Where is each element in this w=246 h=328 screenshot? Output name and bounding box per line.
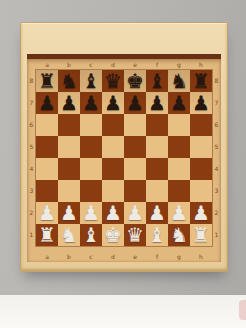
chessboard-face: abcdefgh 87654321 ♜♞♝♛♚♝♞♜♟♟♟♟♟♟♟♟♟♟♟♟♟♟…	[27, 54, 221, 262]
square-h4[interactable]	[190, 158, 212, 180]
rank-label-8: 8	[212, 70, 221, 92]
pink-object-edge	[239, 300, 246, 320]
square-h3[interactable]	[190, 180, 212, 202]
piece-black-rook: ♜	[36, 70, 58, 92]
square-b3[interactable]	[58, 180, 80, 202]
piece-white-bishop: ♝	[80, 224, 102, 246]
rank-label-5: 5	[27, 136, 36, 158]
piece-black-pawn: ♟	[190, 92, 212, 114]
piece-white-pawn: ♟	[124, 202, 146, 224]
square-e7[interactable]: ♟	[124, 92, 146, 114]
piece-white-king: ♚	[102, 224, 124, 246]
piece-white-pawn: ♟	[58, 202, 80, 224]
file-label-h: h	[190, 251, 212, 262]
square-a1[interactable]: ♜	[36, 224, 58, 246]
file-label-b: b	[58, 251, 80, 262]
square-b4[interactable]	[58, 158, 80, 180]
square-b5[interactable]	[58, 136, 80, 158]
square-a2[interactable]: ♟	[36, 202, 58, 224]
piece-black-pawn: ♟	[168, 92, 190, 114]
square-g5[interactable]	[168, 136, 190, 158]
piece-black-pawn: ♟	[58, 92, 80, 114]
piece-black-bishop: ♝	[80, 70, 102, 92]
rank-label-8: 8	[27, 70, 36, 92]
square-e8[interactable]: ♚	[124, 70, 146, 92]
square-c8[interactable]: ♝	[80, 70, 102, 92]
file-label-g: g	[168, 251, 190, 262]
piece-black-pawn: ♟	[102, 92, 124, 114]
file-label-a: a	[36, 59, 58, 70]
file-label-e: e	[124, 59, 146, 70]
piece-black-pawn: ♟	[80, 92, 102, 114]
piece-white-knight: ♞	[58, 224, 80, 246]
square-b6[interactable]	[58, 114, 80, 136]
table-surface	[0, 295, 246, 328]
rank-label-3: 3	[212, 180, 221, 202]
piece-white-pawn: ♟	[168, 202, 190, 224]
square-f6[interactable]	[146, 114, 168, 136]
square-h2[interactable]: ♟	[190, 202, 212, 224]
square-f3[interactable]	[146, 180, 168, 202]
piece-white-pawn: ♟	[146, 202, 168, 224]
square-d5[interactable]	[102, 136, 124, 158]
square-a6[interactable]	[36, 114, 58, 136]
square-g4[interactable]	[168, 158, 190, 180]
piece-white-rook: ♜	[190, 224, 212, 246]
rank-label-4: 4	[27, 158, 36, 180]
file-label-f: f	[146, 59, 168, 70]
piece-black-pawn: ♟	[146, 92, 168, 114]
file-label-c: c	[80, 59, 102, 70]
rank-label-6: 6	[27, 114, 36, 136]
square-d8[interactable]: ♛	[102, 70, 124, 92]
square-f8[interactable]: ♝	[146, 70, 168, 92]
square-a3[interactable]	[36, 180, 58, 202]
piece-white-pawn: ♟	[36, 202, 58, 224]
piece-black-queen: ♛	[102, 70, 124, 92]
piece-black-king: ♚	[124, 70, 146, 92]
piece-white-rook: ♜	[36, 224, 58, 246]
square-c1[interactable]: ♝	[80, 224, 102, 246]
file-label-d: d	[102, 59, 124, 70]
chessboard-grid: ♜♞♝♛♚♝♞♜♟♟♟♟♟♟♟♟♟♟♟♟♟♟♟♟♜♞♝♚♛♝♞♜	[36, 70, 212, 246]
square-c3[interactable]	[80, 180, 102, 202]
square-h5[interactable]	[190, 136, 212, 158]
square-f4[interactable]	[146, 158, 168, 180]
square-b7[interactable]: ♟	[58, 92, 80, 114]
square-f1[interactable]: ♝	[146, 224, 168, 246]
rank-labels-left: 87654321	[27, 70, 36, 251]
square-d3[interactable]	[102, 180, 124, 202]
square-g7[interactable]: ♟	[168, 92, 190, 114]
piece-white-pawn: ♟	[80, 202, 102, 224]
square-g6[interactable]	[168, 114, 190, 136]
file-label-f: f	[146, 251, 168, 262]
rank-label-2: 2	[212, 202, 221, 224]
piece-black-bishop: ♝	[146, 70, 168, 92]
square-c5[interactable]	[80, 136, 102, 158]
square-h8[interactable]: ♜	[190, 70, 212, 92]
file-label-a: a	[36, 251, 58, 262]
square-c6[interactable]	[80, 114, 102, 136]
piece-white-pawn: ♟	[190, 202, 212, 224]
square-a4[interactable]	[36, 158, 58, 180]
square-g1[interactable]: ♞	[168, 224, 190, 246]
square-a5[interactable]	[36, 136, 58, 158]
rank-label-1: 1	[212, 224, 221, 246]
square-e2[interactable]: ♟	[124, 202, 146, 224]
square-b1[interactable]: ♞	[58, 224, 80, 246]
square-c4[interactable]	[80, 158, 102, 180]
piece-black-knight: ♞	[58, 70, 80, 92]
square-e4[interactable]	[124, 158, 146, 180]
square-d1[interactable]: ♚	[102, 224, 124, 246]
rank-label-2: 2	[27, 202, 36, 224]
square-f5[interactable]	[146, 136, 168, 158]
piece-white-pawn: ♟	[102, 202, 124, 224]
square-g2[interactable]: ♟	[168, 202, 190, 224]
piece-black-pawn: ♟	[36, 92, 58, 114]
square-c2[interactable]: ♟	[80, 202, 102, 224]
square-g3[interactable]	[168, 180, 190, 202]
square-e1[interactable]: ♛	[124, 224, 146, 246]
rank-label-5: 5	[212, 136, 221, 158]
rank-label-7: 7	[212, 92, 221, 114]
rank-label-6: 6	[212, 114, 221, 136]
piece-black-pawn: ♟	[124, 92, 146, 114]
piece-white-bishop: ♝	[146, 224, 168, 246]
file-labels-bottom: abcdefgh	[27, 251, 221, 262]
file-label-e: e	[124, 251, 146, 262]
piece-black-rook: ♜	[190, 70, 212, 92]
square-e5[interactable]	[124, 136, 146, 158]
file-label-c: c	[80, 251, 102, 262]
photo-scene: abcdefgh 87654321 ♜♞♝♛♚♝♞♜♟♟♟♟♟♟♟♟♟♟♟♟♟♟…	[0, 0, 246, 328]
square-a8[interactable]: ♜	[36, 70, 58, 92]
square-e6[interactable]	[124, 114, 146, 136]
square-h1[interactable]: ♜	[190, 224, 212, 246]
chessboard-frame: abcdefgh 87654321 ♜♞♝♛♚♝♞♜♟♟♟♟♟♟♟♟♟♟♟♟♟♟…	[20, 22, 228, 272]
square-b2[interactable]: ♟	[58, 202, 80, 224]
square-g8[interactable]: ♞	[168, 70, 190, 92]
square-h7[interactable]: ♟	[190, 92, 212, 114]
file-labels-top: abcdefgh	[27, 59, 221, 70]
rank-label-3: 3	[27, 180, 36, 202]
square-f2[interactable]: ♟	[146, 202, 168, 224]
square-b8[interactable]: ♞	[58, 70, 80, 92]
square-d4[interactable]	[102, 158, 124, 180]
square-d6[interactable]	[102, 114, 124, 136]
file-label-b: b	[58, 59, 80, 70]
piece-black-knight: ♞	[168, 70, 190, 92]
square-c7[interactable]: ♟	[80, 92, 102, 114]
rank-label-1: 1	[27, 224, 36, 246]
file-label-d: d	[102, 251, 124, 262]
rank-label-4: 4	[212, 158, 221, 180]
rank-label-7: 7	[27, 92, 36, 114]
file-label-g: g	[168, 59, 190, 70]
file-label-h: h	[190, 59, 212, 70]
square-a7[interactable]: ♟	[36, 92, 58, 114]
square-h6[interactable]	[190, 114, 212, 136]
square-d7[interactable]: ♟	[102, 92, 124, 114]
square-f7[interactable]: ♟	[146, 92, 168, 114]
square-d2[interactable]: ♟	[102, 202, 124, 224]
rank-labels-right: 87654321	[212, 70, 221, 251]
piece-white-knight: ♞	[168, 224, 190, 246]
square-e3[interactable]	[124, 180, 146, 202]
piece-white-queen: ♛	[124, 224, 146, 246]
